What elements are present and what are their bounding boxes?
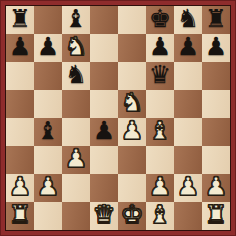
square-f1[interactable]: ♝ — [146, 202, 174, 230]
piece-white-king: ♚ — [121, 201, 143, 229]
square-e5[interactable]: ♞ — [118, 90, 146, 118]
square-f3[interactable] — [146, 146, 174, 174]
square-h6[interactable] — [202, 62, 230, 90]
piece-white-pawn: ♟ — [65, 145, 87, 173]
square-f2[interactable]: ♟ — [146, 174, 174, 202]
square-a7[interactable]: ♟ — [6, 34, 34, 62]
piece-black-king: ♚ — [149, 5, 171, 33]
square-h5[interactable] — [202, 90, 230, 118]
square-d4[interactable]: ♟ — [90, 118, 118, 146]
square-b7[interactable]: ♟ — [34, 34, 62, 62]
piece-black-knight: ♞ — [177, 5, 199, 33]
square-a2[interactable]: ♟ — [6, 174, 34, 202]
square-b5[interactable] — [34, 90, 62, 118]
piece-black-pawn: ♟ — [9, 33, 31, 61]
piece-black-knight: ♞ — [65, 61, 87, 89]
square-e1[interactable]: ♚ — [118, 202, 146, 230]
square-d7[interactable] — [90, 34, 118, 62]
square-e2[interactable] — [118, 174, 146, 202]
square-h8[interactable]: ♜ — [202, 6, 230, 34]
square-g3[interactable] — [174, 146, 202, 174]
square-e4[interactable]: ♟ — [118, 118, 146, 146]
square-h7[interactable]: ♟ — [202, 34, 230, 62]
square-g5[interactable] — [174, 90, 202, 118]
square-c6[interactable]: ♞ — [62, 62, 90, 90]
piece-black-bishop: ♝ — [37, 117, 59, 145]
square-e8[interactable] — [118, 6, 146, 34]
square-g2[interactable]: ♟ — [174, 174, 202, 202]
square-b8[interactable] — [34, 6, 62, 34]
piece-white-pawn: ♟ — [149, 173, 171, 201]
piece-black-rook: ♜ — [205, 5, 227, 33]
square-d8[interactable] — [90, 6, 118, 34]
piece-white-pawn: ♟ — [177, 173, 199, 201]
square-h2[interactable]: ♟ — [202, 174, 230, 202]
square-c4[interactable] — [62, 118, 90, 146]
piece-white-knight: ♞ — [65, 33, 87, 61]
square-b1[interactable] — [34, 202, 62, 230]
piece-white-pawn: ♟ — [9, 173, 31, 201]
square-d1[interactable]: ♛ — [90, 202, 118, 230]
piece-white-pawn: ♟ — [37, 173, 59, 201]
square-a3[interactable] — [6, 146, 34, 174]
piece-black-pawn: ♟ — [93, 117, 115, 145]
square-f6[interactable]: ♛ — [146, 62, 174, 90]
square-b3[interactable] — [34, 146, 62, 174]
square-f5[interactable] — [146, 90, 174, 118]
piece-white-bishop: ♝ — [149, 201, 171, 229]
piece-black-pawn: ♟ — [37, 33, 59, 61]
square-e7[interactable] — [118, 34, 146, 62]
square-a5[interactable] — [6, 90, 34, 118]
piece-white-pawn: ♟ — [121, 117, 143, 145]
square-c5[interactable] — [62, 90, 90, 118]
piece-white-bishop: ♝ — [149, 117, 171, 145]
square-f7[interactable]: ♟ — [146, 34, 174, 62]
square-a1[interactable]: ♜ — [6, 202, 34, 230]
square-g7[interactable]: ♟ — [174, 34, 202, 62]
square-f8[interactable]: ♚ — [146, 6, 174, 34]
square-c8[interactable]: ♝ — [62, 6, 90, 34]
square-h4[interactable] — [202, 118, 230, 146]
piece-black-queen: ♛ — [149, 61, 171, 89]
square-a4[interactable] — [6, 118, 34, 146]
square-b4[interactable]: ♝ — [34, 118, 62, 146]
piece-black-pawn: ♟ — [205, 33, 227, 61]
square-g6[interactable] — [174, 62, 202, 90]
square-h3[interactable] — [202, 146, 230, 174]
square-g8[interactable]: ♞ — [174, 6, 202, 34]
piece-black-pawn: ♟ — [177, 33, 199, 61]
square-b2[interactable]: ♟ — [34, 174, 62, 202]
square-c3[interactable]: ♟ — [62, 146, 90, 174]
square-a6[interactable] — [6, 62, 34, 90]
square-g1[interactable] — [174, 202, 202, 230]
square-h1[interactable]: ♜ — [202, 202, 230, 230]
square-g4[interactable] — [174, 118, 202, 146]
square-e6[interactable] — [118, 62, 146, 90]
square-d3[interactable] — [90, 146, 118, 174]
square-d6[interactable] — [90, 62, 118, 90]
piece-white-queen: ♛ — [93, 201, 115, 229]
piece-white-pawn: ♟ — [205, 173, 227, 201]
square-c1[interactable] — [62, 202, 90, 230]
piece-white-rook: ♜ — [205, 201, 227, 229]
piece-white-rook: ♜ — [9, 201, 31, 229]
square-f4[interactable]: ♝ — [146, 118, 174, 146]
board-frame: ♜♝♚♞♜♟♟♞♟♟♟♞♛♞♝♟♟♝♟♟♟♟♟♟♜♛♚♝♜ — [0, 0, 236, 236]
square-d5[interactable] — [90, 90, 118, 118]
piece-black-rook: ♜ — [9, 5, 31, 33]
square-a8[interactable]: ♜ — [6, 6, 34, 34]
square-b6[interactable] — [34, 62, 62, 90]
square-c2[interactable] — [62, 174, 90, 202]
square-d2[interactable] — [90, 174, 118, 202]
square-e3[interactable] — [118, 146, 146, 174]
chess-board: ♜♝♚♞♜♟♟♞♟♟♟♞♛♞♝♟♟♝♟♟♟♟♟♟♜♛♚♝♜ — [5, 5, 231, 231]
piece-white-knight: ♞ — [121, 89, 143, 117]
piece-black-pawn: ♟ — [149, 33, 171, 61]
square-c7[interactable]: ♞ — [62, 34, 90, 62]
piece-black-bishop: ♝ — [65, 5, 87, 33]
